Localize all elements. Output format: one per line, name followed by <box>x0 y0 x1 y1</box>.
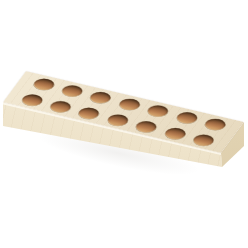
pit-r1c7[interactable] <box>202 117 228 132</box>
pit-r1c3[interactable] <box>88 90 114 105</box>
pit-r2c1[interactable] <box>19 93 45 108</box>
pit-r2c6[interactable] <box>162 126 188 141</box>
pit-r2c5[interactable] <box>133 120 159 135</box>
pit-r1c6[interactable] <box>174 110 200 125</box>
pit-r1c4[interactable] <box>116 97 142 112</box>
pit-r2c7[interactable] <box>190 133 216 148</box>
pit-r1c2[interactable] <box>59 83 85 98</box>
photo-background <box>0 0 248 248</box>
pit-r2c4[interactable] <box>105 113 131 128</box>
pit-r1c5[interactable] <box>145 104 171 119</box>
pit-r2c2[interactable] <box>47 99 73 114</box>
pit-r1c1[interactable] <box>31 77 57 92</box>
pit-r2c3[interactable] <box>76 106 102 121</box>
